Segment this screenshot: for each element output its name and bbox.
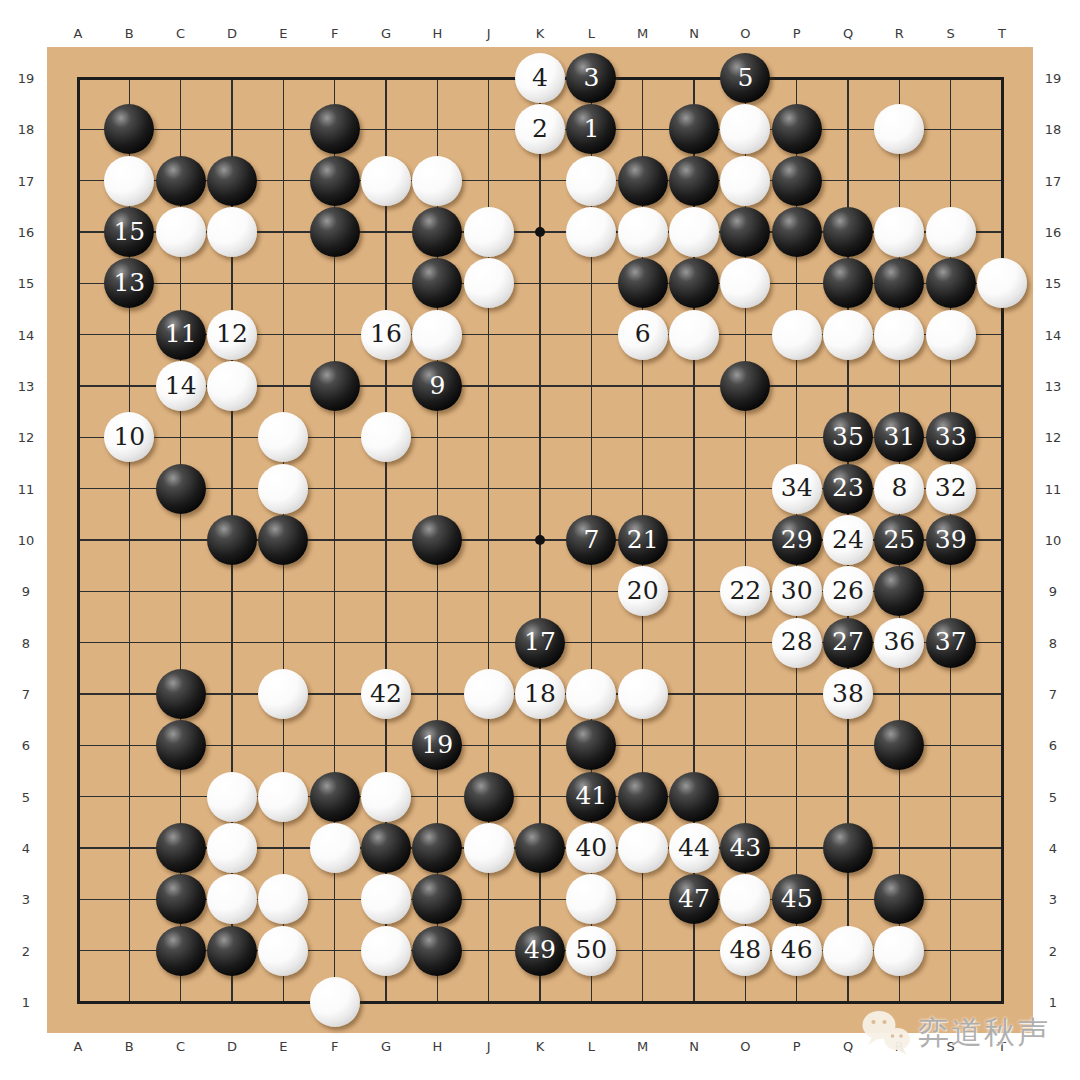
stone-G4	[361, 823, 411, 873]
stone-P2: 46	[772, 926, 822, 976]
stone-L2: 50	[566, 926, 616, 976]
stone-J4	[464, 823, 514, 873]
row-label-right-7: 7	[1049, 687, 1057, 702]
stone-R8: 36	[874, 618, 924, 668]
stone-R15	[874, 258, 924, 308]
stone-F13	[310, 361, 360, 411]
star-point-K16	[535, 227, 545, 237]
row-label-left-11: 11	[18, 481, 35, 496]
move-number: 10	[113, 424, 145, 451]
stone-L10: 7	[566, 515, 616, 565]
stone-E11	[258, 464, 308, 514]
stone-M16	[618, 207, 668, 257]
move-number: 42	[370, 681, 402, 708]
col-label-top-E: E	[279, 26, 287, 41]
stone-L7	[566, 669, 616, 719]
col-label-bottom-Q: Q	[843, 1039, 853, 1054]
stone-M7	[618, 669, 668, 719]
move-number: 26	[832, 578, 864, 605]
stone-O17	[720, 156, 770, 206]
stone-R9	[874, 566, 924, 616]
move-number: 28	[781, 629, 813, 656]
stone-M5	[618, 772, 668, 822]
stone-K18: 2	[515, 104, 565, 154]
stone-B18	[104, 104, 154, 154]
move-number: 2	[532, 116, 548, 143]
move-number: 15	[113, 219, 145, 246]
stone-D5	[207, 772, 257, 822]
move-number: 38	[832, 681, 864, 708]
stone-D14: 12	[207, 310, 257, 360]
stone-Q7: 38	[823, 669, 873, 719]
stone-G14: 16	[361, 310, 411, 360]
stone-S8: 37	[926, 618, 976, 668]
move-number: 1	[583, 116, 599, 143]
stone-J16	[464, 207, 514, 257]
row-label-left-15: 15	[18, 276, 35, 291]
move-number: 29	[781, 527, 813, 554]
stone-O9: 22	[720, 566, 770, 616]
stone-D2	[207, 926, 257, 976]
move-number: 21	[627, 527, 659, 554]
row-label-left-19: 19	[18, 71, 35, 86]
move-number: 50	[575, 937, 607, 964]
row-label-left-1: 1	[22, 995, 30, 1010]
stone-C14: 11	[156, 310, 206, 360]
col-label-bottom-E: E	[279, 1039, 287, 1054]
watermark-text: 弈道秋声	[918, 1012, 1050, 1054]
stone-M14: 6	[618, 310, 668, 360]
stone-E5	[258, 772, 308, 822]
stone-D4	[207, 823, 257, 873]
stone-J7	[464, 669, 514, 719]
row-label-right-11: 11	[1045, 481, 1062, 496]
stone-Q4	[823, 823, 873, 873]
stone-Q16	[823, 207, 873, 257]
stone-N18	[669, 104, 719, 154]
col-label-top-C: C	[176, 26, 185, 41]
row-label-right-16: 16	[1045, 225, 1062, 240]
stone-Q14	[823, 310, 873, 360]
move-number: 33	[935, 424, 967, 451]
row-label-left-13: 13	[18, 379, 35, 394]
move-number: 23	[832, 475, 864, 502]
stone-D17	[207, 156, 257, 206]
stone-H4	[412, 823, 462, 873]
col-label-top-G: G	[381, 26, 391, 41]
row-label-left-7: 7	[22, 687, 30, 702]
row-label-right-18: 18	[1045, 122, 1062, 137]
move-number: 37	[935, 629, 967, 656]
stone-L3	[566, 874, 616, 924]
move-number: 14	[165, 373, 197, 400]
row-label-left-4: 4	[22, 841, 30, 856]
stone-K8: 17	[515, 618, 565, 668]
move-number: 11	[165, 321, 197, 348]
row-label-left-12: 12	[18, 430, 35, 445]
move-number: 18	[524, 681, 556, 708]
stone-D3	[207, 874, 257, 924]
stone-C7	[156, 669, 206, 719]
move-number: 48	[729, 937, 761, 964]
move-number: 32	[935, 475, 967, 502]
stone-R6	[874, 720, 924, 770]
stone-P10: 29	[772, 515, 822, 565]
stone-L17	[566, 156, 616, 206]
col-label-bottom-J: J	[487, 1039, 491, 1054]
col-label-bottom-B: B	[125, 1039, 134, 1054]
move-number: 47	[678, 886, 710, 913]
row-label-left-10: 10	[18, 533, 35, 548]
move-number: 46	[781, 937, 813, 964]
col-label-top-B: B	[125, 26, 134, 41]
row-label-right-19: 19	[1045, 71, 1062, 86]
move-number: 25	[883, 527, 915, 554]
col-label-top-N: N	[689, 26, 699, 41]
stone-P17	[772, 156, 822, 206]
stone-P16	[772, 207, 822, 257]
move-number: 16	[370, 321, 402, 348]
col-label-bottom-F: F	[331, 1039, 338, 1054]
move-number: 8	[891, 475, 907, 502]
move-number: 35	[832, 424, 864, 451]
row-label-right-12: 12	[1045, 430, 1062, 445]
stone-L6	[566, 720, 616, 770]
stone-M4	[618, 823, 668, 873]
stone-Q15	[823, 258, 873, 308]
stone-R3	[874, 874, 924, 924]
stone-G12	[361, 412, 411, 462]
row-label-right-8: 8	[1049, 635, 1057, 650]
row-label-left-6: 6	[22, 738, 30, 753]
move-number: 49	[524, 937, 556, 964]
stone-P14	[772, 310, 822, 360]
stone-P8: 28	[772, 618, 822, 668]
col-label-top-S: S	[947, 26, 955, 41]
row-label-left-16: 16	[18, 225, 35, 240]
col-label-top-T: T	[998, 26, 1006, 41]
move-number: 12	[216, 321, 248, 348]
stone-R14	[874, 310, 924, 360]
col-label-top-O: O	[740, 26, 750, 41]
stone-H2	[412, 926, 462, 976]
stone-O15	[720, 258, 770, 308]
row-label-right-14: 14	[1045, 327, 1062, 342]
stone-D16	[207, 207, 257, 257]
stone-H16	[412, 207, 462, 257]
col-label-top-A: A	[74, 26, 83, 41]
stone-Q8: 27	[823, 618, 873, 668]
stone-L5: 41	[566, 772, 616, 822]
stone-C2	[156, 926, 206, 976]
stone-R18	[874, 104, 924, 154]
col-label-top-Q: Q	[843, 26, 853, 41]
col-label-top-R: R	[895, 26, 904, 41]
move-number: 4	[532, 65, 548, 92]
go-board-diagram: 4352115131112166149103531333423832721292…	[0, 0, 1080, 1080]
stone-G17	[361, 156, 411, 206]
row-label-left-3: 3	[22, 892, 30, 907]
stone-Q12: 35	[823, 412, 873, 462]
move-number: 20	[627, 578, 659, 605]
star-point-K10	[535, 535, 545, 545]
stone-H13: 9	[412, 361, 462, 411]
stone-H17	[412, 156, 462, 206]
row-label-right-3: 3	[1049, 892, 1057, 907]
stone-P11: 34	[772, 464, 822, 514]
col-label-top-H: H	[432, 26, 442, 41]
stone-G5	[361, 772, 411, 822]
move-number: 34	[781, 475, 813, 502]
stone-C6	[156, 720, 206, 770]
stone-P3: 45	[772, 874, 822, 924]
stone-R10: 25	[874, 515, 924, 565]
move-number: 9	[429, 373, 445, 400]
col-label-bottom-M: M	[637, 1039, 648, 1054]
stone-H15	[412, 258, 462, 308]
stone-N4: 44	[669, 823, 719, 873]
move-number: 40	[575, 835, 607, 862]
stone-C11	[156, 464, 206, 514]
stone-H6: 19	[412, 720, 462, 770]
stone-O16	[720, 207, 770, 257]
stone-R11: 8	[874, 464, 924, 514]
row-label-right-13: 13	[1045, 379, 1062, 394]
stone-G7: 42	[361, 669, 411, 719]
stone-G2	[361, 926, 411, 976]
col-label-bottom-P: P	[793, 1039, 801, 1054]
col-label-bottom-N: N	[689, 1039, 699, 1054]
stone-F16	[310, 207, 360, 257]
move-number: 39	[935, 527, 967, 554]
stone-C3	[156, 874, 206, 924]
stone-J5	[464, 772, 514, 822]
col-label-top-F: F	[331, 26, 338, 41]
move-number: 41	[575, 783, 607, 810]
stone-E12	[258, 412, 308, 462]
row-label-left-2: 2	[22, 943, 30, 958]
watermark: 弈道秋声	[861, 1010, 1050, 1056]
col-label-bottom-H: H	[432, 1039, 442, 1054]
stone-F18	[310, 104, 360, 154]
stone-R2	[874, 926, 924, 976]
row-label-right-10: 10	[1045, 533, 1062, 548]
stone-C17	[156, 156, 206, 206]
stone-K4	[515, 823, 565, 873]
stone-M15	[618, 258, 668, 308]
stone-D13	[207, 361, 257, 411]
move-number: 30	[781, 578, 813, 605]
row-label-right-4: 4	[1049, 841, 1057, 856]
row-label-right-17: 17	[1045, 173, 1062, 188]
stone-R16	[874, 207, 924, 257]
stone-S14	[926, 310, 976, 360]
col-label-bottom-D: D	[227, 1039, 237, 1054]
stone-E10	[258, 515, 308, 565]
stone-L19: 3	[566, 53, 616, 103]
move-number: 7	[583, 527, 599, 554]
stone-N14	[669, 310, 719, 360]
stone-S12: 33	[926, 412, 976, 462]
stone-T15	[977, 258, 1027, 308]
stone-Q10: 24	[823, 515, 873, 565]
row-label-right-9: 9	[1049, 584, 1057, 599]
col-label-top-J: J	[487, 26, 491, 41]
stone-E7	[258, 669, 308, 719]
stone-F1	[310, 977, 360, 1027]
col-label-top-D: D	[227, 26, 237, 41]
row-label-right-1: 1	[1049, 995, 1057, 1010]
stone-H14	[412, 310, 462, 360]
stone-O19: 5	[720, 53, 770, 103]
move-number: 36	[883, 629, 915, 656]
move-number: 31	[883, 424, 915, 451]
stone-B15: 13	[104, 258, 154, 308]
move-number: 24	[832, 527, 864, 554]
stone-B17	[104, 156, 154, 206]
stone-N5	[669, 772, 719, 822]
stone-O2: 48	[720, 926, 770, 976]
row-label-left-17: 17	[18, 173, 35, 188]
stone-O4: 43	[720, 823, 770, 873]
stone-F5	[310, 772, 360, 822]
stone-L16	[566, 207, 616, 257]
col-label-bottom-O: O	[740, 1039, 750, 1054]
stone-E3	[258, 874, 308, 924]
stone-S10: 39	[926, 515, 976, 565]
stone-B12: 10	[104, 412, 154, 462]
stone-G3	[361, 874, 411, 924]
stone-O3	[720, 874, 770, 924]
move-number: 3	[583, 65, 599, 92]
stone-H3	[412, 874, 462, 924]
row-label-right-6: 6	[1049, 738, 1057, 753]
stone-S16	[926, 207, 976, 257]
move-number: 27	[832, 629, 864, 656]
move-number: 17	[524, 629, 556, 656]
row-label-right-15: 15	[1045, 276, 1062, 291]
col-label-top-P: P	[793, 26, 801, 41]
stone-R12: 31	[874, 412, 924, 462]
row-label-left-14: 14	[18, 327, 35, 342]
move-number: 6	[635, 321, 651, 348]
row-label-left-9: 9	[22, 584, 30, 599]
col-label-top-L: L	[588, 26, 595, 41]
stone-K19: 4	[515, 53, 565, 103]
stone-F4	[310, 823, 360, 873]
stone-N15	[669, 258, 719, 308]
stone-N16	[669, 207, 719, 257]
stone-C16	[156, 207, 206, 257]
row-label-left-8: 8	[22, 635, 30, 650]
stone-L4: 40	[566, 823, 616, 873]
stone-N3: 47	[669, 874, 719, 924]
stone-P9: 30	[772, 566, 822, 616]
stone-Q2	[823, 926, 873, 976]
stone-C4	[156, 823, 206, 873]
stone-Q9: 26	[823, 566, 873, 616]
stone-L18: 1	[566, 104, 616, 154]
stone-B16: 15	[104, 207, 154, 257]
stone-D10	[207, 515, 257, 565]
col-label-bottom-A: A	[74, 1039, 83, 1054]
row-label-right-5: 5	[1049, 789, 1057, 804]
stone-C13: 14	[156, 361, 206, 411]
stone-P18	[772, 104, 822, 154]
row-label-left-18: 18	[18, 122, 35, 137]
stone-F17	[310, 156, 360, 206]
col-label-bottom-C: C	[176, 1039, 185, 1054]
row-label-left-5: 5	[22, 789, 30, 804]
stone-H10	[412, 515, 462, 565]
stone-M10: 21	[618, 515, 668, 565]
col-label-bottom-G: G	[381, 1039, 391, 1054]
stone-M9: 20	[618, 566, 668, 616]
stone-Q11: 23	[823, 464, 873, 514]
stone-J15	[464, 258, 514, 308]
col-label-top-M: M	[637, 26, 648, 41]
stone-K2: 49	[515, 926, 565, 976]
move-number: 5	[737, 65, 753, 92]
stone-K7: 18	[515, 669, 565, 719]
col-label-top-K: K	[536, 26, 545, 41]
stone-O13	[720, 361, 770, 411]
move-number: 19	[421, 732, 453, 759]
move-number: 22	[729, 578, 761, 605]
stone-N17	[669, 156, 719, 206]
stone-E2	[258, 926, 308, 976]
col-label-bottom-K: K	[536, 1039, 545, 1054]
move-number: 45	[781, 886, 813, 913]
row-label-right-2: 2	[1049, 943, 1057, 958]
move-number: 13	[113, 270, 145, 297]
move-number: 44	[678, 835, 710, 862]
stone-S15	[926, 258, 976, 308]
wechat-icon	[861, 1010, 913, 1056]
stone-M17	[618, 156, 668, 206]
move-number: 43	[729, 835, 761, 862]
col-label-bottom-L: L	[588, 1039, 595, 1054]
stone-S11: 32	[926, 464, 976, 514]
stone-O18	[720, 104, 770, 154]
